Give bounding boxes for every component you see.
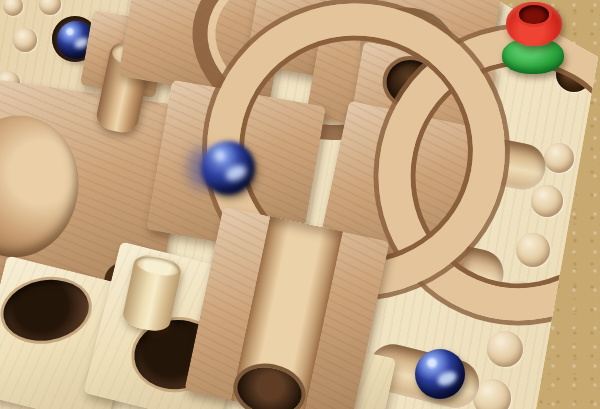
marble-rolling-center bbox=[201, 141, 255, 195]
red-ring bbox=[506, 2, 562, 46]
dimple bbox=[39, 0, 61, 15]
marble-in-groove-bottom-right bbox=[415, 349, 465, 399]
dimple bbox=[487, 331, 523, 367]
dimple bbox=[13, 28, 37, 52]
marble-run-overhead-photo bbox=[0, 0, 600, 409]
dimple bbox=[3, 0, 23, 16]
